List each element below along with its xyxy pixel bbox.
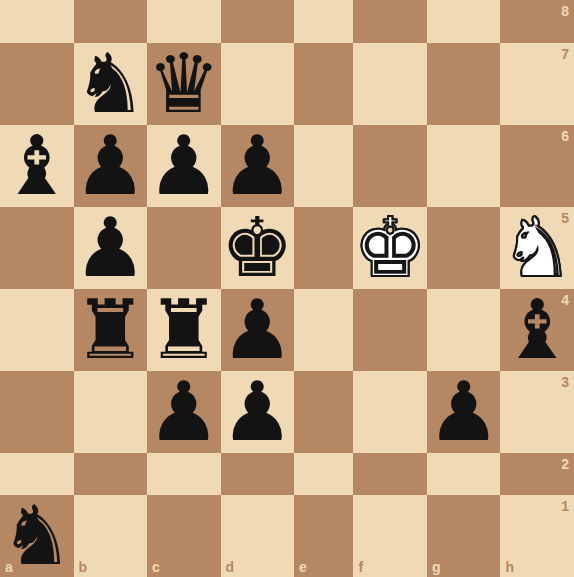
square-d5[interactable]: ♚: [221, 207, 295, 289]
piece-white-king[interactable]: ♚: [353, 207, 427, 289]
file-label-g: g: [432, 560, 441, 574]
rank-label-8: 8: [561, 4, 569, 18]
piece-black-pawn[interactable]: ♟: [221, 125, 295, 207]
rank-label-2: 2: [561, 457, 569, 471]
rank-label-7: 7: [561, 47, 569, 61]
square-g7[interactable]: [427, 43, 501, 125]
piece-black-pawn[interactable]: ♟: [147, 125, 221, 207]
square-a3[interactable]: [0, 371, 74, 453]
square-a6[interactable]: ♝: [0, 125, 74, 207]
square-g8[interactable]: [427, 0, 501, 43]
square-d6[interactable]: ♟: [221, 125, 295, 207]
square-e6[interactable]: [294, 125, 353, 207]
square-c5[interactable]: [147, 207, 221, 289]
piece-black-pawn[interactable]: ♟: [221, 371, 295, 453]
square-a5[interactable]: [0, 207, 74, 289]
square-g5[interactable]: [427, 207, 501, 289]
square-b7[interactable]: ♞: [74, 43, 148, 125]
square-a2[interactable]: [0, 453, 74, 496]
square-e4[interactable]: [294, 289, 353, 371]
piece-black-pawn[interactable]: ♟: [147, 371, 221, 453]
square-b4[interactable]: ♜: [74, 289, 148, 371]
square-e2[interactable]: [294, 453, 353, 496]
chess-board: 8♞♛7♝♟♟♟6♟♚♚♞5♜♜♟♝4♟♟♟32♞abcdefg1h: [0, 0, 574, 577]
square-h4[interactable]: ♝4: [500, 289, 574, 371]
piece-black-bishop[interactable]: ♝: [500, 289, 574, 371]
rank-label-4: 4: [561, 293, 569, 307]
piece-black-pawn[interactable]: ♟: [427, 371, 501, 453]
square-f4[interactable]: [353, 289, 427, 371]
piece-black-bishop[interactable]: ♝: [0, 125, 74, 207]
square-a1[interactable]: ♞a: [0, 495, 74, 577]
piece-black-rook[interactable]: ♜: [147, 289, 221, 371]
piece-black-king[interactable]: ♚: [221, 207, 295, 289]
square-b3[interactable]: [74, 371, 148, 453]
piece-white-knight[interactable]: ♞: [500, 207, 574, 289]
piece-black-knight[interactable]: ♞: [0, 495, 74, 577]
rank-label-6: 6: [561, 129, 569, 143]
piece-black-rook[interactable]: ♜: [74, 289, 148, 371]
square-g6[interactable]: [427, 125, 501, 207]
piece-black-queen[interactable]: ♛: [147, 43, 221, 125]
rank-label-1: 1: [561, 499, 569, 513]
piece-black-knight[interactable]: ♞: [74, 43, 148, 125]
square-a7[interactable]: [0, 43, 74, 125]
square-d1[interactable]: d: [221, 495, 295, 577]
square-b8[interactable]: [74, 0, 148, 43]
square-g1[interactable]: g: [427, 495, 501, 577]
square-c8[interactable]: [147, 0, 221, 43]
square-h5[interactable]: ♞5: [500, 207, 574, 289]
square-a8[interactable]: [0, 0, 74, 43]
square-e3[interactable]: [294, 371, 353, 453]
square-b1[interactable]: b: [74, 495, 148, 577]
square-d8[interactable]: [221, 0, 295, 43]
square-f6[interactable]: [353, 125, 427, 207]
square-f1[interactable]: f: [353, 495, 427, 577]
square-e5[interactable]: [294, 207, 353, 289]
square-c4[interactable]: ♜: [147, 289, 221, 371]
square-e7[interactable]: [294, 43, 353, 125]
file-label-a: a: [5, 560, 13, 574]
square-c2[interactable]: [147, 453, 221, 496]
file-label-c: c: [152, 560, 160, 574]
square-h6[interactable]: 6: [500, 125, 574, 207]
square-f5[interactable]: ♚: [353, 207, 427, 289]
file-label-f: f: [358, 560, 363, 574]
square-h1[interactable]: 1h: [500, 495, 574, 577]
square-b2[interactable]: [74, 453, 148, 496]
square-f8[interactable]: [353, 0, 427, 43]
piece-black-pawn[interactable]: ♟: [74, 125, 148, 207]
square-e1[interactable]: e: [294, 495, 353, 577]
file-label-b: b: [79, 560, 88, 574]
square-h3[interactable]: 3: [500, 371, 574, 453]
square-d2[interactable]: [221, 453, 295, 496]
square-a4[interactable]: [0, 289, 74, 371]
square-c1[interactable]: c: [147, 495, 221, 577]
square-f2[interactable]: [353, 453, 427, 496]
rank-label-5: 5: [561, 211, 569, 225]
rank-label-3: 3: [561, 375, 569, 389]
square-c3[interactable]: ♟: [147, 371, 221, 453]
square-g3[interactable]: ♟: [427, 371, 501, 453]
square-b6[interactable]: ♟: [74, 125, 148, 207]
square-c7[interactable]: ♛: [147, 43, 221, 125]
square-g4[interactable]: [427, 289, 501, 371]
file-label-e: e: [299, 560, 307, 574]
piece-black-pawn[interactable]: ♟: [74, 207, 148, 289]
square-e8[interactable]: [294, 0, 353, 43]
square-h8[interactable]: 8: [500, 0, 574, 43]
file-label-d: d: [226, 560, 235, 574]
square-f7[interactable]: [353, 43, 427, 125]
square-b5[interactable]: ♟: [74, 207, 148, 289]
square-d4[interactable]: ♟: [221, 289, 295, 371]
square-g2[interactable]: [427, 453, 501, 496]
square-d7[interactable]: [221, 43, 295, 125]
square-f3[interactable]: [353, 371, 427, 453]
square-c6[interactable]: ♟: [147, 125, 221, 207]
square-h7[interactable]: 7: [500, 43, 574, 125]
file-label-h: h: [505, 560, 514, 574]
square-h2[interactable]: 2: [500, 453, 574, 496]
square-d3[interactable]: ♟: [221, 371, 295, 453]
piece-black-pawn[interactable]: ♟: [221, 289, 295, 371]
